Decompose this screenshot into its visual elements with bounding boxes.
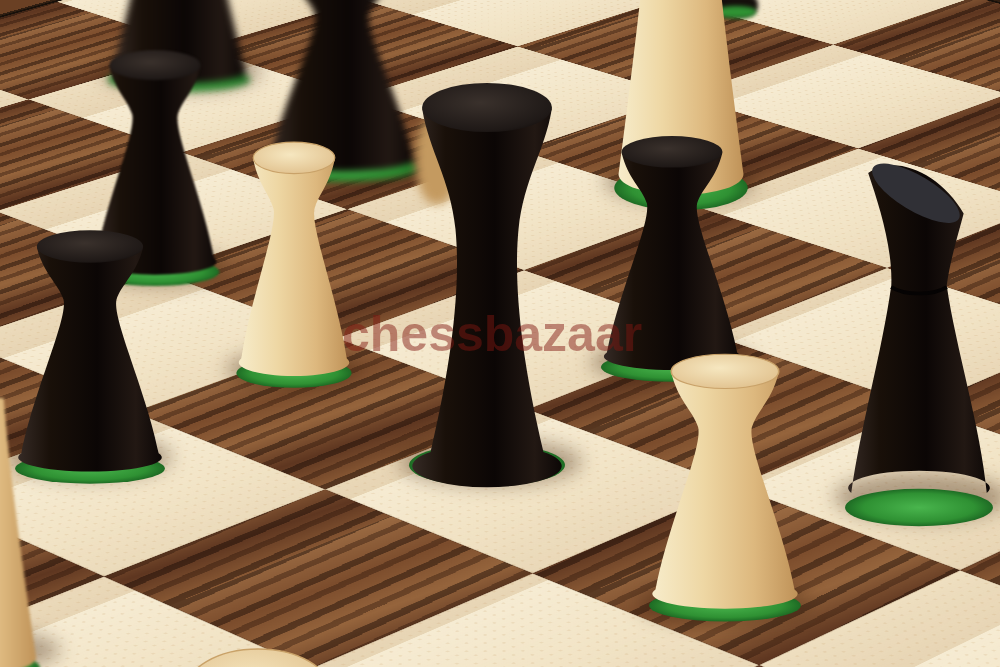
watermark-text: chessbazaar (342, 309, 642, 359)
white-pawn-bottom-b3 (182, 646, 334, 667)
white-pawn-c6 (234, 140, 354, 392)
white-pawn-edge-a4 (0, 398, 44, 667)
black-king (404, 78, 570, 488)
white-pawn-f5 (646, 352, 804, 626)
product-photo: chessbazaar (0, 0, 1000, 667)
black-bishop (842, 150, 996, 532)
